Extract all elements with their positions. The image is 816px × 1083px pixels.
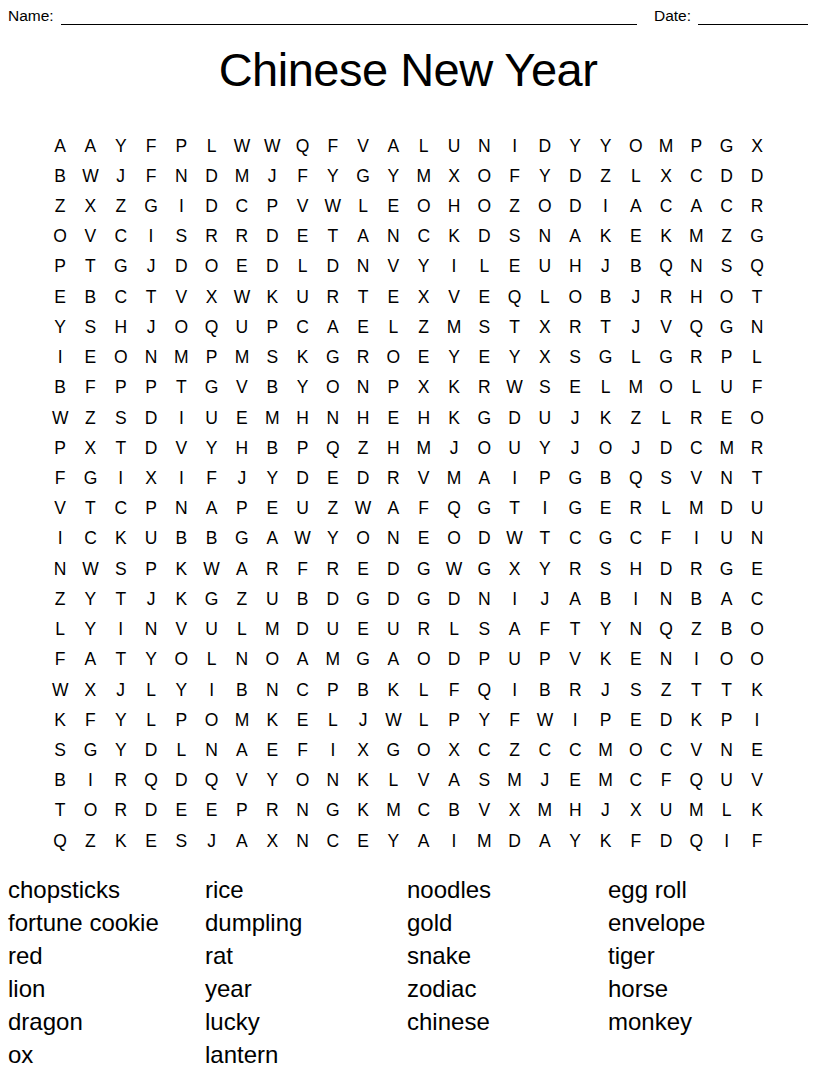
grid-cell-r23c6: E: [196, 796, 226, 826]
grid-cell-r12c7: J: [227, 463, 257, 493]
grid-cell-r17c16: A: [499, 615, 529, 645]
grid-cell-r10c5: I: [166, 403, 196, 433]
grid-cell-r6c20: J: [621, 282, 651, 312]
grid-cell-r17c17: F: [530, 615, 560, 645]
grid-cell-r13c1: V: [45, 494, 75, 524]
grid-cell-r5c7: E: [227, 252, 257, 282]
grid-cell-r12c13: V: [409, 463, 439, 493]
grid-cell-r1c13: L: [409, 131, 439, 161]
grid-cell-r10c10: N: [318, 403, 348, 433]
grid-cell-r16c17: J: [530, 584, 560, 614]
grid-cell-r13c13: F: [409, 494, 439, 524]
grid-cell-r15c12: D: [378, 554, 408, 584]
grid-cell-r13c20: R: [621, 494, 651, 524]
grid-cell-r13c24: U: [742, 494, 772, 524]
grid-cell-r5c1: P: [45, 252, 75, 282]
grid-cell-r9c1: B: [45, 373, 75, 403]
grid-cell-r1c12: A: [378, 131, 408, 161]
grid-cell-r14c17: T: [530, 524, 560, 554]
grid-cell-r11c6: Y: [196, 433, 226, 463]
grid-cell-r18c2: A: [75, 645, 105, 675]
grid-cell-r2c24: D: [742, 161, 772, 191]
grid-cell-r21c16: Z: [499, 735, 529, 765]
grid-cell-r17c5: V: [166, 615, 196, 645]
grid-cell-r24c11: E: [348, 826, 378, 856]
grid-cell-r9c15: R: [469, 373, 499, 403]
grid-cell-r10c17: U: [530, 403, 560, 433]
grid-cell-r2c5: N: [166, 161, 196, 191]
grid-cell-r7c8: P: [257, 312, 287, 342]
grid-cell-r9c10: O: [318, 373, 348, 403]
grid-cell-r14c13: E: [409, 524, 439, 554]
grid-cell-r6c7: W: [227, 282, 257, 312]
grid-cell-r9c22: L: [681, 373, 711, 403]
grid-cell-r1c16: I: [499, 131, 529, 161]
grid-cell-r1c20: O: [621, 131, 651, 161]
grid-cell-r24c16: D: [499, 826, 529, 856]
grid-cell-r10c24: O: [742, 403, 772, 433]
grid-cell-r15c1: N: [45, 554, 75, 584]
grid-cell-r2c15: O: [469, 161, 499, 191]
grid-cell-r24c17: A: [530, 826, 560, 856]
grid-cell-r19c8: N: [257, 675, 287, 705]
grid-cell-r17c7: L: [227, 615, 257, 645]
grid-cell-r2c22: C: [681, 161, 711, 191]
grid-cell-r6c4: T: [136, 282, 166, 312]
grid-cell-r4c11: A: [348, 222, 378, 252]
grid-cell-r11c14: J: [439, 433, 469, 463]
grid-cell-r18c11: G: [348, 645, 378, 675]
grid-cell-r5c2: T: [75, 252, 105, 282]
grid-cell-r7c9: C: [287, 312, 317, 342]
grid-cell-r5c20: B: [621, 252, 651, 282]
grid-cell-r19c20: S: [621, 675, 651, 705]
grid-cell-r4c9: E: [287, 222, 317, 252]
grid-cell-r12c18: G: [560, 463, 590, 493]
grid-cell-r16c4: J: [136, 584, 166, 614]
grid-cell-r7c5: O: [166, 312, 196, 342]
grid-cell-r2c16: F: [499, 161, 529, 191]
grid-cell-r20c20: E: [621, 705, 651, 735]
grid-cell-r10c21: L: [651, 403, 681, 433]
puzzle-title: Chinese New Year: [0, 42, 816, 97]
grid-cell-r20c10: L: [318, 705, 348, 735]
grid-cell-r24c2: Z: [75, 826, 105, 856]
grid-cell-r4c24: G: [742, 222, 772, 252]
grid-cell-r7c3: H: [106, 312, 136, 342]
grid-cell-r7c22: Q: [681, 312, 711, 342]
grid-cell-r14c19: G: [590, 524, 620, 554]
grid-cell-r16c16: I: [499, 584, 529, 614]
grid-cell-r12c3: I: [106, 463, 136, 493]
grid-cell-r1c21: M: [651, 131, 681, 161]
grid-cell-r16c12: D: [378, 584, 408, 614]
grid-cell-r2c20: L: [621, 161, 651, 191]
grid-cell-r4c19: K: [590, 222, 620, 252]
grid-cell-r10c18: J: [560, 403, 590, 433]
grid-cell-r3c17: O: [530, 191, 560, 221]
grid-cell-r17c1: L: [45, 615, 75, 645]
grid-cell-r1c10: F: [318, 131, 348, 161]
grid-cell-r15c6: W: [196, 554, 226, 584]
grid-cell-r9c11: N: [348, 373, 378, 403]
grid-cell-r19c18: R: [560, 675, 590, 705]
grid-cell-r6c14: V: [439, 282, 469, 312]
grid-cell-r22c5: D: [166, 766, 196, 796]
grid-cell-r12c24: T: [742, 463, 772, 493]
grid-cell-r18c5: O: [166, 645, 196, 675]
grid-cell-r22c8: Y: [257, 766, 287, 796]
grid-cell-r21c17: C: [530, 735, 560, 765]
grid-cell-r6c6: X: [196, 282, 226, 312]
grid-cell-r11c7: H: [227, 433, 257, 463]
grid-cell-r16c24: C: [742, 584, 772, 614]
grid-cell-r13c22: M: [681, 494, 711, 524]
grid-cell-r6c2: B: [75, 282, 105, 312]
grid-cell-r10c20: Z: [621, 403, 651, 433]
grid-cell-r19c3: J: [106, 675, 136, 705]
grid-cell-r20c3: Y: [106, 705, 136, 735]
grid-cell-r10c22: R: [681, 403, 711, 433]
grid-cell-r22c15: S: [469, 766, 499, 796]
grid-cell-r23c7: P: [227, 796, 257, 826]
grid-cell-r8c23: P: [712, 343, 742, 373]
grid-cell-r4c2: V: [75, 222, 105, 252]
grid-cell-r10c19: K: [590, 403, 620, 433]
grid-cell-r16c22: B: [681, 584, 711, 614]
grid-cell-r3c15: O: [469, 191, 499, 221]
grid-cell-r19c6: I: [196, 675, 226, 705]
grid-cell-r9c4: P: [136, 373, 166, 403]
grid-cell-r22c16: M: [499, 766, 529, 796]
word-item: dragon: [8, 1006, 205, 1039]
grid-cell-r5c18: H: [560, 252, 590, 282]
grid-cell-r22c19: M: [590, 766, 620, 796]
grid-cell-r18c14: D: [439, 645, 469, 675]
grid-cell-r2c7: M: [227, 161, 257, 191]
grid-cell-r21c4: D: [136, 735, 166, 765]
grid-cell-r12c9: D: [287, 463, 317, 493]
grid-cell-r23c19: J: [590, 796, 620, 826]
grid-cell-r20c22: K: [681, 705, 711, 735]
word-item: horse: [608, 973, 808, 1006]
word-list: chopsticksfortune cookieredliondragonoxr…: [8, 874, 808, 1071]
grid-cell-r6c13: X: [409, 282, 439, 312]
grid-cell-r5c8: D: [257, 252, 287, 282]
grid-cell-r23c16: X: [499, 796, 529, 826]
grid-cell-r7c23: G: [712, 312, 742, 342]
grid-cell-r15c3: S: [106, 554, 136, 584]
grid-cell-r1c2: A: [75, 131, 105, 161]
grid-cell-r5c10: D: [318, 252, 348, 282]
grid-cell-r15c10: R: [318, 554, 348, 584]
grid-cell-r21c5: L: [166, 735, 196, 765]
grid-cell-r6c24: T: [742, 282, 772, 312]
grid-cell-r14c4: U: [136, 524, 166, 554]
grid-cell-r14c6: B: [196, 524, 226, 554]
grid-cell-r13c12: A: [378, 494, 408, 524]
grid-cell-r17c3: I: [106, 615, 136, 645]
grid-cell-r23c15: V: [469, 796, 499, 826]
grid-cell-r18c15: P: [469, 645, 499, 675]
grid-cell-r4c4: I: [136, 222, 166, 252]
grid-cell-r17c20: N: [621, 615, 651, 645]
grid-cell-r18c13: O: [409, 645, 439, 675]
grid-cell-r10c23: E: [712, 403, 742, 433]
date-blank-line: [698, 8, 808, 25]
grid-cell-r24c20: F: [621, 826, 651, 856]
grid-cell-r3c21: C: [651, 191, 681, 221]
grid-cell-r20c6: O: [196, 705, 226, 735]
grid-cell-r15c14: W: [439, 554, 469, 584]
grid-cell-r22c14: A: [439, 766, 469, 796]
grid-cell-r23c22: M: [681, 796, 711, 826]
grid-cell-r21c9: F: [287, 735, 317, 765]
word-item: year: [205, 973, 407, 1006]
grid-cell-r12c12: R: [378, 463, 408, 493]
grid-cell-r18c17: P: [530, 645, 560, 675]
word-item: lucky: [205, 1006, 407, 1039]
grid-cell-r22c3: R: [106, 766, 136, 796]
grid-cell-r16c11: G: [348, 584, 378, 614]
grid-cell-r19c23: T: [712, 675, 742, 705]
grid-cell-r12c11: D: [348, 463, 378, 493]
grid-cell-r2c4: F: [136, 161, 166, 191]
grid-cell-r22c22: Q: [681, 766, 711, 796]
grid-cell-r23c20: X: [621, 796, 651, 826]
grid-cell-r7c2: S: [75, 312, 105, 342]
grid-cell-r12c1: F: [45, 463, 75, 493]
grid-cell-r7c12: L: [378, 312, 408, 342]
grid-cell-r16c9: B: [287, 584, 317, 614]
grid-cell-r19c2: X: [75, 675, 105, 705]
grid-cell-r23c23: L: [712, 796, 742, 826]
grid-cell-r13c3: C: [106, 494, 136, 524]
grid-cell-r1c11: V: [348, 131, 378, 161]
grid-cell-r14c2: C: [75, 524, 105, 554]
grid-cell-r14c9: W: [287, 524, 317, 554]
grid-cell-r11c17: Y: [530, 433, 560, 463]
grid-cell-r6c3: C: [106, 282, 136, 312]
grid-cell-r22c17: J: [530, 766, 560, 796]
grid-cell-r3c24: R: [742, 191, 772, 221]
grid-cell-r8c21: G: [651, 343, 681, 373]
grid-cell-r14c16: W: [499, 524, 529, 554]
grid-cell-r22c9: O: [287, 766, 317, 796]
grid-cell-r15c8: R: [257, 554, 287, 584]
grid-cell-r15c23: G: [712, 554, 742, 584]
grid-cell-r14c21: F: [651, 524, 681, 554]
grid-cell-r16c7: Z: [227, 584, 257, 614]
grid-cell-r18c12: A: [378, 645, 408, 675]
grid-cell-r11c23: M: [712, 433, 742, 463]
grid-cell-r21c15: C: [469, 735, 499, 765]
grid-cell-r16c1: Z: [45, 584, 75, 614]
grid-cell-r8c13: E: [409, 343, 439, 373]
grid-cell-r23c13: C: [409, 796, 439, 826]
grid-cell-r23c3: R: [106, 796, 136, 826]
grid-cell-r14c18: C: [560, 524, 590, 554]
grid-cell-r12c21: S: [651, 463, 681, 493]
grid-cell-r23c2: O: [75, 796, 105, 826]
grid-cell-r16c14: D: [439, 584, 469, 614]
grid-cell-r23c21: U: [651, 796, 681, 826]
grid-cell-r7c16: T: [499, 312, 529, 342]
grid-cell-r8c8: S: [257, 343, 287, 373]
grid-cell-r2c23: D: [712, 161, 742, 191]
grid-cell-r21c22: V: [681, 735, 711, 765]
grid-cell-r21c14: X: [439, 735, 469, 765]
grid-cell-r24c12: Y: [378, 826, 408, 856]
grid-cell-r17c12: U: [378, 615, 408, 645]
word-item: envelope: [608, 907, 808, 940]
grid-cell-r6c12: E: [378, 282, 408, 312]
grid-cell-r4c20: E: [621, 222, 651, 252]
grid-cell-r21c2: G: [75, 735, 105, 765]
grid-cell-r8c12: O: [378, 343, 408, 373]
grid-cell-r17c19: Y: [590, 615, 620, 645]
grid-cell-r16c3: T: [106, 584, 136, 614]
grid-cell-r19c4: L: [136, 675, 166, 705]
grid-cell-r17c4: N: [136, 615, 166, 645]
grid-cell-r16c6: G: [196, 584, 226, 614]
grid-cell-r19c1: W: [45, 675, 75, 705]
word-item: chopsticks: [8, 874, 205, 907]
grid-cell-r18c3: T: [106, 645, 136, 675]
grid-cell-r9c23: U: [712, 373, 742, 403]
grid-cell-r20c21: D: [651, 705, 681, 735]
grid-cell-r2c1: B: [45, 161, 75, 191]
grid-cell-r4c3: C: [106, 222, 136, 252]
grid-cell-r9c19: L: [590, 373, 620, 403]
grid-cell-r13c7: P: [227, 494, 257, 524]
grid-cell-r3c2: X: [75, 191, 105, 221]
grid-cell-r11c24: R: [742, 433, 772, 463]
grid-cell-r8c6: P: [196, 343, 226, 373]
grid-cell-r9c14: K: [439, 373, 469, 403]
grid-cell-r8c1: I: [45, 343, 75, 373]
grid-cell-r3c4: G: [136, 191, 166, 221]
grid-cell-r5c19: J: [590, 252, 620, 282]
grid-cell-r1c14: U: [439, 131, 469, 161]
word-item: snake: [407, 940, 608, 973]
grid-cell-r12c4: X: [136, 463, 166, 493]
grid-cell-r19c11: B: [348, 675, 378, 705]
grid-cell-r15c20: H: [621, 554, 651, 584]
grid-cell-r17c14: L: [439, 615, 469, 645]
grid-cell-r2c2: W: [75, 161, 105, 191]
grid-cell-r1c9: Q: [287, 131, 317, 161]
grid-cell-r13c14: Q: [439, 494, 469, 524]
grid-cell-r7c20: J: [621, 312, 651, 342]
grid-cell-r18c21: N: [651, 645, 681, 675]
grid-cell-r10c1: W: [45, 403, 75, 433]
grid-cell-r20c1: K: [45, 705, 75, 735]
grid-cell-r19c5: Y: [166, 675, 196, 705]
grid-cell-r4c10: T: [318, 222, 348, 252]
grid-cell-r22c2: I: [75, 766, 105, 796]
grid-cell-r8c24: L: [742, 343, 772, 373]
grid-cell-r20c16: F: [499, 705, 529, 735]
word-item: gold: [407, 907, 608, 940]
grid-cell-r19c22: T: [681, 675, 711, 705]
grid-cell-r13c19: E: [590, 494, 620, 524]
grid-cell-r20c11: J: [348, 705, 378, 735]
grid-cell-r22c11: K: [348, 766, 378, 796]
grid-cell-r24c6: J: [196, 826, 226, 856]
grid-cell-r4c17: N: [530, 222, 560, 252]
grid-cell-r8c9: K: [287, 343, 317, 373]
grid-cell-r19c17: B: [530, 675, 560, 705]
grid-cell-r17c10: U: [318, 615, 348, 645]
grid-cell-r24c23: I: [712, 826, 742, 856]
grid-cell-r8c3: O: [106, 343, 136, 373]
grid-cell-r15c7: A: [227, 554, 257, 584]
grid-cell-r7c19: T: [590, 312, 620, 342]
grid-cell-r11c13: M: [409, 433, 439, 463]
grid-cell-r21c11: X: [348, 735, 378, 765]
grid-cell-r12c6: F: [196, 463, 226, 493]
grid-cell-r1c17: D: [530, 131, 560, 161]
grid-cell-r9c20: M: [621, 373, 651, 403]
grid-cell-r13c17: I: [530, 494, 560, 524]
grid-cell-r14c7: G: [227, 524, 257, 554]
grid-cell-r3c9: V: [287, 191, 317, 221]
grid-cell-r11c16: U: [499, 433, 529, 463]
grid-cell-r1c8: W: [257, 131, 287, 161]
grid-cell-r23c18: H: [560, 796, 590, 826]
grid-cell-r15c22: R: [681, 554, 711, 584]
grid-cell-r24c4: E: [136, 826, 166, 856]
grid-cell-r16c5: K: [166, 584, 196, 614]
grid-cell-r21c3: Y: [106, 735, 136, 765]
grid-cell-r22c21: F: [651, 766, 681, 796]
grid-cell-r19c12: K: [378, 675, 408, 705]
grid-cell-r20c2: F: [75, 705, 105, 735]
grid-cell-r11c21: D: [651, 433, 681, 463]
name-blank-line: [61, 8, 637, 25]
grid-cell-r3c14: H: [439, 191, 469, 221]
grid-cell-r6c22: H: [681, 282, 711, 312]
grid-cell-r20c13: L: [409, 705, 439, 735]
grid-cell-r8c15: E: [469, 343, 499, 373]
grid-cell-r1c1: A: [45, 131, 75, 161]
grid-cell-r20c9: E: [287, 705, 317, 735]
grid-cell-r18c22: I: [681, 645, 711, 675]
grid-cell-r22c20: C: [621, 766, 651, 796]
grid-cell-r3c1: Z: [45, 191, 75, 221]
grid-cell-r8c7: M: [227, 343, 257, 373]
grid-cell-r3c16: Z: [499, 191, 529, 221]
grid-cell-r16c8: U: [257, 584, 287, 614]
grid-cell-r21c7: A: [227, 735, 257, 765]
grid-cell-r11c18: J: [560, 433, 590, 463]
grid-cell-r11c19: O: [590, 433, 620, 463]
grid-cell-r15c18: R: [560, 554, 590, 584]
grid-cell-r23c4: D: [136, 796, 166, 826]
grid-cell-r17c8: M: [257, 615, 287, 645]
grid-cell-r8c18: S: [560, 343, 590, 373]
grid-cell-r11c12: H: [378, 433, 408, 463]
grid-cell-r21c8: E: [257, 735, 287, 765]
grid-cell-r24c1: Q: [45, 826, 75, 856]
grid-cell-r20c24: I: [742, 705, 772, 735]
grid-cell-r7c14: M: [439, 312, 469, 342]
word-item: dumpling: [205, 907, 407, 940]
grid-cell-r22c12: L: [378, 766, 408, 796]
grid-cell-r10c14: K: [439, 403, 469, 433]
grid-cell-r3c12: E: [378, 191, 408, 221]
